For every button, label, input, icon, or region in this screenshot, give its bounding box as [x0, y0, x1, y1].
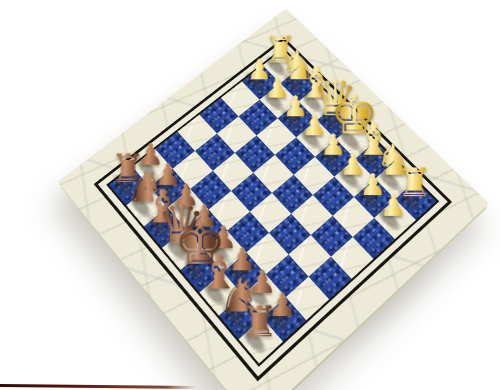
- gold-pawn-glyph: ♟: [361, 190, 426, 220]
- chess-board: ♜♞♝♛♚♝♞♜♟♟♟♟♟♟♟♟♟♟♟♟♟♟♟♟♜♞♝♛♚♝♞♜: [57, 8, 489, 390]
- product-photo: ♜♞♝♛♚♝♞♜♟♟♟♟♟♟♟♟♟♟♟♟♟♟♟♟♜♞♝♛♚♝♞♜: [0, 0, 500, 390]
- board-scene: ♜♞♝♛♚♝♞♜♟♟♟♟♟♟♟♟♟♟♟♟♟♟♟♟♜♞♝♛♚♝♞♜: [0, 0, 500, 390]
- bronze-rook-glyph: ♜: [224, 300, 293, 342]
